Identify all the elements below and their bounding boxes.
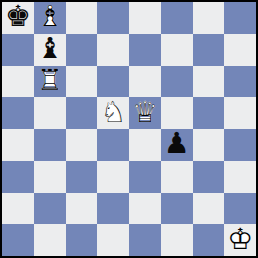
square-h3[interactable] [224, 161, 256, 193]
white-bishop[interactable]: ♝♗ [34, 2, 66, 34]
square-a7[interactable] [2, 34, 34, 66]
square-f3[interactable] [161, 161, 193, 193]
square-d2[interactable] [97, 193, 129, 225]
square-g7[interactable] [193, 34, 225, 66]
square-a4[interactable] [2, 129, 34, 161]
square-h4[interactable] [224, 129, 256, 161]
square-g8[interactable] [193, 2, 225, 34]
square-c3[interactable] [66, 161, 98, 193]
square-e1[interactable] [129, 224, 161, 256]
square-c6[interactable] [66, 66, 98, 98]
square-a8[interactable]: ♚ [2, 2, 34, 34]
bishop-fill-glyph: ♝ [34, 34, 66, 66]
square-e5[interactable]: ♛♕ [129, 97, 161, 129]
knight-outline-glyph: ♘ [97, 97, 129, 129]
square-d7[interactable] [97, 34, 129, 66]
chess-board-frame: ♚♝♗♝♜♖♞♘♛♕♟♚♔ [0, 0, 258, 258]
square-b5[interactable] [34, 97, 66, 129]
square-e3[interactable] [129, 161, 161, 193]
square-g4[interactable] [193, 129, 225, 161]
square-g5[interactable] [193, 97, 225, 129]
square-b4[interactable] [34, 129, 66, 161]
square-a3[interactable] [2, 161, 34, 193]
black-pawn[interactable]: ♟ [161, 129, 193, 161]
square-f2[interactable] [161, 193, 193, 225]
square-b3[interactable] [34, 161, 66, 193]
square-a5[interactable] [2, 97, 34, 129]
square-f6[interactable] [161, 66, 193, 98]
square-b6[interactable]: ♜♖ [34, 66, 66, 98]
king-outline-glyph: ♔ [224, 224, 256, 256]
square-h2[interactable] [224, 193, 256, 225]
square-d1[interactable] [97, 224, 129, 256]
square-a2[interactable] [2, 193, 34, 225]
square-e6[interactable] [129, 66, 161, 98]
square-h7[interactable] [224, 34, 256, 66]
square-b1[interactable] [34, 224, 66, 256]
square-h1[interactable]: ♚♔ [224, 224, 256, 256]
square-a6[interactable] [2, 66, 34, 98]
square-b8[interactable]: ♝♗ [34, 2, 66, 34]
square-h6[interactable] [224, 66, 256, 98]
square-c1[interactable] [66, 224, 98, 256]
black-bishop[interactable]: ♝ [34, 34, 66, 66]
white-knight[interactable]: ♞♘ [97, 97, 129, 129]
square-f5[interactable] [161, 97, 193, 129]
black-king[interactable]: ♚ [2, 2, 34, 34]
square-h8[interactable] [224, 2, 256, 34]
king-fill-glyph: ♚ [2, 2, 34, 34]
square-d3[interactable] [97, 161, 129, 193]
square-f1[interactable] [161, 224, 193, 256]
square-g6[interactable] [193, 66, 225, 98]
square-c7[interactable] [66, 34, 98, 66]
square-b2[interactable] [34, 193, 66, 225]
square-b7[interactable]: ♝ [34, 34, 66, 66]
square-a1[interactable] [2, 224, 34, 256]
queen-outline-glyph: ♕ [129, 97, 161, 129]
square-h5[interactable] [224, 97, 256, 129]
pawn-fill-glyph: ♟ [161, 129, 193, 161]
white-rook[interactable]: ♜♖ [34, 66, 66, 98]
square-d4[interactable] [97, 129, 129, 161]
square-f8[interactable] [161, 2, 193, 34]
square-e4[interactable] [129, 129, 161, 161]
square-c8[interactable] [66, 2, 98, 34]
square-d6[interactable] [97, 66, 129, 98]
square-c4[interactable] [66, 129, 98, 161]
rook-outline-glyph: ♖ [34, 66, 66, 98]
square-f4[interactable]: ♟ [161, 129, 193, 161]
square-e7[interactable] [129, 34, 161, 66]
chess-board: ♚♝♗♝♜♖♞♘♛♕♟♚♔ [2, 2, 256, 256]
bishop-outline-glyph: ♗ [34, 2, 66, 34]
square-f7[interactable] [161, 34, 193, 66]
square-d8[interactable] [97, 2, 129, 34]
square-g2[interactable] [193, 193, 225, 225]
white-king[interactable]: ♚♔ [224, 224, 256, 256]
square-c5[interactable] [66, 97, 98, 129]
square-g1[interactable] [193, 224, 225, 256]
white-queen[interactable]: ♛♕ [129, 97, 161, 129]
square-d5[interactable]: ♞♘ [97, 97, 129, 129]
square-e8[interactable] [129, 2, 161, 34]
square-e2[interactable] [129, 193, 161, 225]
square-g3[interactable] [193, 161, 225, 193]
square-c2[interactable] [66, 193, 98, 225]
